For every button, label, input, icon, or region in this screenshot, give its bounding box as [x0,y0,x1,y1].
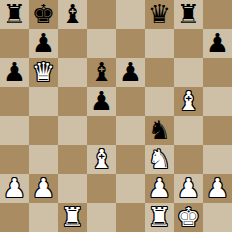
square-d6[interactable]: ♝ [87,58,116,87]
piece-black-pawn[interactable]: ♟ [3,58,26,87]
chess-board: ♜♚♝♛♜♟♟♟♛♝♟♟♝♞♝♞♟♟♟♟♟♜♜♚ [0,0,232,232]
square-f7[interactable] [145,29,174,58]
square-d1[interactable] [87,203,116,232]
square-g6[interactable] [174,58,203,87]
piece-black-queen[interactable]: ♛ [148,0,171,29]
square-e1[interactable] [116,203,145,232]
square-d2[interactable] [87,174,116,203]
square-h2[interactable]: ♟ [203,174,232,203]
square-e5[interactable] [116,87,145,116]
square-f1[interactable]: ♜ [145,203,174,232]
square-c6[interactable] [58,58,87,87]
piece-black-pawn[interactable]: ♟ [90,87,113,116]
square-h3[interactable] [203,145,232,174]
piece-black-king[interactable]: ♚ [32,0,55,29]
square-c3[interactable] [58,145,87,174]
piece-black-rook[interactable]: ♜ [177,0,200,29]
square-a5[interactable] [0,87,29,116]
square-h4[interactable] [203,116,232,145]
piece-white-pawn[interactable]: ♟ [206,174,229,203]
piece-white-rook[interactable]: ♜ [148,203,171,232]
square-g3[interactable] [174,145,203,174]
square-d8[interactable] [87,0,116,29]
square-d3[interactable]: ♝ [87,145,116,174]
square-e6[interactable]: ♟ [116,58,145,87]
square-e7[interactable] [116,29,145,58]
piece-white-queen[interactable]: ♛ [32,58,55,87]
square-b2[interactable]: ♟ [29,174,58,203]
square-g7[interactable] [174,29,203,58]
piece-black-pawn[interactable]: ♟ [32,29,55,58]
square-a2[interactable]: ♟ [0,174,29,203]
square-b8[interactable]: ♚ [29,0,58,29]
piece-black-pawn[interactable]: ♟ [206,29,229,58]
piece-black-pawn[interactable]: ♟ [119,58,142,87]
square-a8[interactable]: ♜ [0,0,29,29]
piece-black-bishop[interactable]: ♝ [90,58,113,87]
square-b1[interactable] [29,203,58,232]
square-e3[interactable] [116,145,145,174]
piece-white-king[interactable]: ♚ [177,203,200,232]
square-c7[interactable] [58,29,87,58]
square-c4[interactable] [58,116,87,145]
square-e8[interactable] [116,0,145,29]
square-f4[interactable]: ♞ [145,116,174,145]
piece-black-rook[interactable]: ♜ [3,0,26,29]
square-f8[interactable]: ♛ [145,0,174,29]
square-e4[interactable] [116,116,145,145]
square-a6[interactable]: ♟ [0,58,29,87]
square-a7[interactable] [0,29,29,58]
piece-white-pawn[interactable]: ♟ [177,174,200,203]
square-b5[interactable] [29,87,58,116]
square-c8[interactable]: ♝ [58,0,87,29]
square-a3[interactable] [0,145,29,174]
square-g8[interactable]: ♜ [174,0,203,29]
square-a4[interactable] [0,116,29,145]
square-g1[interactable]: ♚ [174,203,203,232]
square-c5[interactable] [58,87,87,116]
square-g4[interactable] [174,116,203,145]
square-d4[interactable] [87,116,116,145]
piece-black-bishop[interactable]: ♝ [61,0,84,29]
piece-black-knight[interactable]: ♞ [148,116,171,145]
piece-white-bishop[interactable]: ♝ [177,87,200,116]
square-b6[interactable]: ♛ [29,58,58,87]
square-h7[interactable]: ♟ [203,29,232,58]
piece-white-knight[interactable]: ♞ [148,145,171,174]
square-f5[interactable] [145,87,174,116]
square-g2[interactable]: ♟ [174,174,203,203]
square-h5[interactable] [203,87,232,116]
square-b3[interactable] [29,145,58,174]
square-g5[interactable]: ♝ [174,87,203,116]
square-f3[interactable]: ♞ [145,145,174,174]
square-b4[interactable] [29,116,58,145]
square-b7[interactable]: ♟ [29,29,58,58]
square-e2[interactable] [116,174,145,203]
square-c2[interactable] [58,174,87,203]
piece-white-pawn[interactable]: ♟ [148,174,171,203]
piece-white-pawn[interactable]: ♟ [3,174,26,203]
square-f6[interactable] [145,58,174,87]
square-h1[interactable] [203,203,232,232]
square-h6[interactable] [203,58,232,87]
piece-white-pawn[interactable]: ♟ [32,174,55,203]
square-h8[interactable] [203,0,232,29]
piece-white-bishop[interactable]: ♝ [90,145,113,174]
piece-white-rook[interactable]: ♜ [61,203,84,232]
square-a1[interactable] [0,203,29,232]
square-d7[interactable] [87,29,116,58]
square-d5[interactable]: ♟ [87,87,116,116]
square-f2[interactable]: ♟ [145,174,174,203]
square-c1[interactable]: ♜ [58,203,87,232]
